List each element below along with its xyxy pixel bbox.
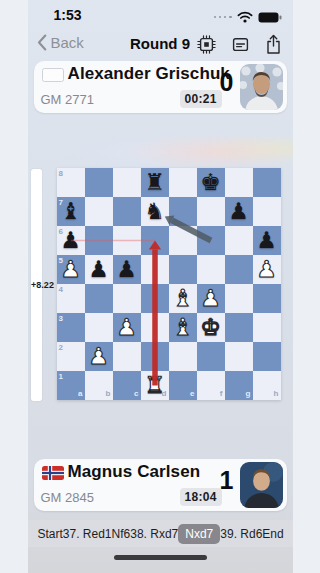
piece-bp-b5: ♟: [88, 258, 109, 281]
square-b3[interactable]: [85, 313, 113, 342]
square-e8[interactable]: [169, 168, 197, 197]
square-g3[interactable]: [225, 313, 253, 342]
piece-wb-e3: ♝: [172, 316, 193, 339]
square-c2[interactable]: [113, 342, 141, 371]
status-time: 1:53: [46, 7, 90, 23]
move-item[interactable]: 38. Rxd7: [130, 527, 178, 541]
square-h3[interactable]: [253, 313, 281, 342]
square-d4[interactable]: [141, 284, 169, 313]
player-rating-top: GM 2771: [41, 92, 94, 107]
square-g5[interactable]: [225, 255, 253, 284]
app-screen: 1:53 Round 9 Back: [28, 0, 293, 573]
neutral-flag-icon: [42, 68, 64, 82]
square-g2[interactable]: [225, 342, 253, 371]
square-g8[interactable]: [225, 168, 253, 197]
rank-label-8: 8: [59, 170, 63, 178]
piece-bp-a6: ♟: [60, 229, 81, 252]
square-f4[interactable]: ♟: [197, 284, 225, 313]
square-e3[interactable]: ♝: [169, 313, 197, 342]
square-g6[interactable]: [225, 226, 253, 255]
file-label-f: f: [220, 390, 223, 398]
square-c1[interactable]: c: [113, 371, 141, 400]
file-label-d: d: [162, 390, 167, 398]
piece-wb-e4: ♝: [172, 287, 193, 310]
file-label-h: h: [274, 390, 279, 398]
rank-label-3: 3: [59, 315, 63, 323]
file-label-c: c: [134, 390, 138, 398]
square-g1[interactable]: g: [225, 371, 253, 400]
move-item[interactable]: End: [262, 527, 283, 541]
square-f5[interactable]: [197, 255, 225, 284]
player-name-bottom: Magnus Carlsen: [68, 462, 201, 482]
square-d8[interactable]: ♜: [141, 168, 169, 197]
square-b5[interactable]: ♟: [85, 255, 113, 284]
move-item[interactable]: 39. Rd6: [220, 527, 262, 541]
square-a7[interactable]: 7♝: [57, 197, 85, 226]
square-e1[interactable]: e: [169, 371, 197, 400]
file-label-g: g: [246, 390, 251, 398]
square-h2[interactable]: [253, 342, 281, 371]
square-a4[interactable]: 4: [57, 284, 85, 313]
square-e4[interactable]: ♝: [169, 284, 197, 313]
piece-bp-c5: ♟: [116, 258, 137, 281]
square-a6[interactable]: 6♟: [57, 226, 85, 255]
square-b1[interactable]: b: [85, 371, 113, 400]
rank-label-5: 5: [59, 257, 63, 265]
file-label-e: e: [190, 390, 194, 398]
square-h5[interactable]: ♟: [253, 255, 281, 284]
square-f3[interactable]: ♚: [197, 313, 225, 342]
share-icon[interactable]: [265, 34, 282, 55]
square-d7[interactable]: ♞: [141, 197, 169, 226]
square-f6[interactable]: [197, 226, 225, 255]
square-c5[interactable]: ♟: [113, 255, 141, 284]
player-card-bottom[interactable]: Magnus Carlsen GM 2845 18:04 1: [34, 459, 287, 511]
square-d5[interactable]: [141, 255, 169, 284]
rank-label-4: 4: [59, 286, 63, 294]
rank-label-1: 1: [59, 373, 63, 381]
move-item[interactable]: Start: [38, 527, 63, 541]
square-h1[interactable]: h: [253, 371, 281, 400]
square-b6[interactable]: [85, 226, 113, 255]
wifi-icon: [237, 11, 253, 23]
piece-bb-a7: ♝: [60, 200, 81, 223]
square-f1[interactable]: f: [197, 371, 225, 400]
square-d1[interactable]: d♜: [141, 371, 169, 400]
square-f7[interactable]: [197, 197, 225, 226]
eval-text: +8.22: [28, 280, 58, 290]
rank-label-2: 2: [59, 344, 63, 352]
norway-flag-icon: [42, 466, 64, 480]
piece-wp-b2: ♟: [88, 345, 109, 368]
move-list[interactable]: Start37. Red1Nf638. Rxd7Nxd739. Rd6End: [28, 520, 293, 547]
piece-bn-d7: ♞: [144, 200, 165, 223]
cpu-icon[interactable]: [197, 35, 216, 54]
square-g4[interactable]: [225, 284, 253, 313]
move-item-active[interactable]: Nxd7: [178, 524, 220, 544]
square-d2[interactable]: [141, 342, 169, 371]
square-b8[interactable]: [85, 168, 113, 197]
square-b7[interactable]: [85, 197, 113, 226]
rank-label-6: 6: [59, 228, 63, 236]
square-d3[interactable]: [141, 313, 169, 342]
square-f8[interactable]: ♚: [197, 168, 225, 197]
player-card-top[interactable]: Alexander Grischuk GM 2771 00:21 0: [34, 61, 287, 113]
player-score-top: 0: [216, 68, 238, 97]
piece-bp-h6: ♟: [256, 229, 277, 252]
file-label-a: a: [78, 390, 82, 398]
move-item[interactable]: 37. Red1: [63, 527, 112, 541]
notation-icon[interactable]: [231, 35, 250, 54]
cellular-dots-icon: [214, 16, 232, 19]
square-h8[interactable]: [253, 168, 281, 197]
move-item[interactable]: Nf6: [112, 527, 131, 541]
chevron-left-icon: [37, 34, 47, 51]
square-c3[interactable]: ♟: [113, 313, 141, 342]
piece-wp-a5: ♟: [60, 258, 81, 281]
home-indicator[interactable]: [114, 555, 207, 560]
square-e6[interactable]: [169, 226, 197, 255]
square-a3[interactable]: 3: [57, 313, 85, 342]
piece-bp-g7: ♟: [228, 200, 249, 223]
status-icons: [214, 11, 282, 23]
square-e2[interactable]: [169, 342, 197, 371]
back-label: Back: [51, 34, 84, 51]
square-b2[interactable]: ♟: [85, 342, 113, 371]
square-a8[interactable]: 8: [57, 168, 85, 197]
square-a2[interactable]: 2: [57, 342, 85, 371]
back-button[interactable]: Back: [37, 34, 84, 51]
square-e7[interactable]: [169, 197, 197, 226]
square-c6[interactable]: [113, 226, 141, 255]
square-h6[interactable]: ♟: [253, 226, 281, 255]
piece-wp-c3: ♟: [116, 316, 137, 339]
square-b4[interactable]: [85, 284, 113, 313]
player-score-bottom: 1: [216, 466, 238, 495]
square-h4[interactable]: [253, 284, 281, 313]
piece-bk-f8: ♚: [200, 171, 221, 194]
piece-wk-f3: ♚: [200, 316, 221, 339]
avatar-bottom: [240, 462, 283, 508]
file-label-b: b: [106, 390, 111, 398]
square-d6[interactable]: [141, 226, 169, 255]
background-blur-band: [28, 118, 293, 174]
square-g7[interactable]: ♟: [225, 197, 253, 226]
piece-wp-h5: ♟: [256, 258, 277, 281]
player-name-top: Alexander Grischuk: [68, 64, 230, 84]
square-e5[interactable]: [169, 255, 197, 284]
avatar-top: [240, 64, 283, 110]
square-c7[interactable]: [113, 197, 141, 226]
square-c8[interactable]: [113, 168, 141, 197]
square-c4[interactable]: [113, 284, 141, 313]
square-h7[interactable]: [253, 197, 281, 226]
player-rating-bottom: GM 2845: [41, 490, 94, 505]
nav-bar: Round 9 Back: [28, 31, 293, 58]
square-a1[interactable]: 1a: [57, 371, 85, 400]
square-f2[interactable]: [197, 342, 225, 371]
rank-label-7: 7: [59, 199, 63, 207]
battery-icon: [258, 12, 282, 23]
piece-br-d8: ♜: [144, 171, 165, 194]
chess-board[interactable]: 8♜♚7♝♞♟6♟♟5♟♟♟♟4♝♟3♟♝♚2♟1abcd♜efgh: [57, 168, 281, 400]
piece-wp-f4: ♟: [200, 287, 221, 310]
square-a5[interactable]: 5♟: [57, 255, 85, 284]
